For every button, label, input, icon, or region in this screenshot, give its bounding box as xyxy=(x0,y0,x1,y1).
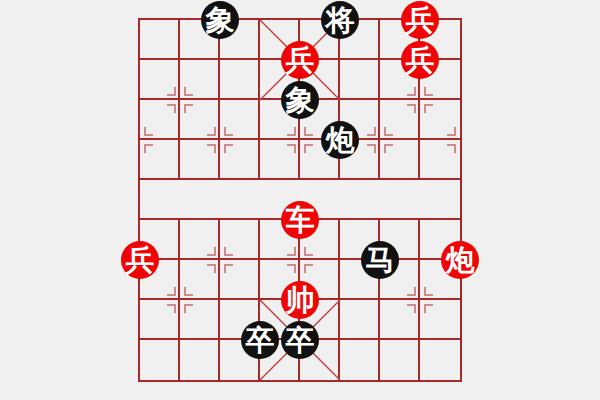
point-marker xyxy=(367,144,376,153)
point-marker xyxy=(207,127,216,136)
piece-black-soldier[interactable]: 卒 xyxy=(281,321,319,359)
piece-red-cannon[interactable]: 炮 xyxy=(441,241,479,279)
piece-black-horse[interactable]: 马 xyxy=(361,241,399,279)
point-marker xyxy=(167,304,176,313)
point-marker xyxy=(287,127,296,136)
point-marker xyxy=(224,247,233,256)
point-marker xyxy=(224,144,233,153)
xiangqi-board: 象将兵兵兵象炮车兵马炮帅卒卒 xyxy=(138,18,462,382)
point-marker xyxy=(424,287,433,296)
board-inner-area: 象将兵兵兵象炮车兵马炮帅卒卒 xyxy=(140,20,460,380)
point-marker xyxy=(304,144,313,153)
point-marker xyxy=(407,287,416,296)
point-marker xyxy=(184,287,193,296)
point-marker xyxy=(424,87,433,96)
point-marker xyxy=(384,144,393,153)
point-marker xyxy=(304,247,313,256)
piece-black-cannon[interactable]: 炮 xyxy=(321,121,359,159)
piece-red-soldier[interactable]: 兵 xyxy=(401,41,439,79)
piece-red-soldier[interactable]: 兵 xyxy=(401,1,439,39)
piece-black-soldier[interactable]: 卒 xyxy=(241,321,279,359)
point-marker xyxy=(384,127,393,136)
xiangqi-diagram: 象将兵兵兵象炮车兵马炮帅卒卒 xyxy=(0,0,600,400)
point-marker xyxy=(224,264,233,273)
point-marker xyxy=(224,127,233,136)
point-marker xyxy=(207,144,216,153)
point-marker xyxy=(304,127,313,136)
point-marker xyxy=(287,247,296,256)
point-marker xyxy=(184,304,193,313)
point-marker xyxy=(407,304,416,313)
point-marker xyxy=(304,264,313,273)
point-marker xyxy=(167,287,176,296)
point-marker xyxy=(167,87,176,96)
point-marker xyxy=(207,247,216,256)
point-marker xyxy=(287,144,296,153)
point-marker xyxy=(144,127,153,136)
point-marker xyxy=(167,104,176,113)
point-marker xyxy=(447,144,456,153)
point-marker xyxy=(184,87,193,96)
piece-red-chariot[interactable]: 车 xyxy=(281,201,319,239)
point-marker xyxy=(184,104,193,113)
point-marker xyxy=(447,127,456,136)
point-marker xyxy=(424,304,433,313)
point-marker xyxy=(207,264,216,273)
point-marker xyxy=(407,87,416,96)
point-marker xyxy=(424,104,433,113)
point-marker xyxy=(407,104,416,113)
piece-red-general[interactable]: 帅 xyxy=(281,281,319,319)
piece-black-elephant[interactable]: 象 xyxy=(281,81,319,119)
piece-black-general[interactable]: 将 xyxy=(321,1,359,39)
point-marker xyxy=(287,264,296,273)
point-marker xyxy=(367,127,376,136)
piece-red-soldier[interactable]: 兵 xyxy=(281,41,319,79)
point-marker xyxy=(144,144,153,153)
piece-black-elephant[interactable]: 象 xyxy=(201,1,239,39)
piece-red-soldier[interactable]: 兵 xyxy=(121,241,159,279)
